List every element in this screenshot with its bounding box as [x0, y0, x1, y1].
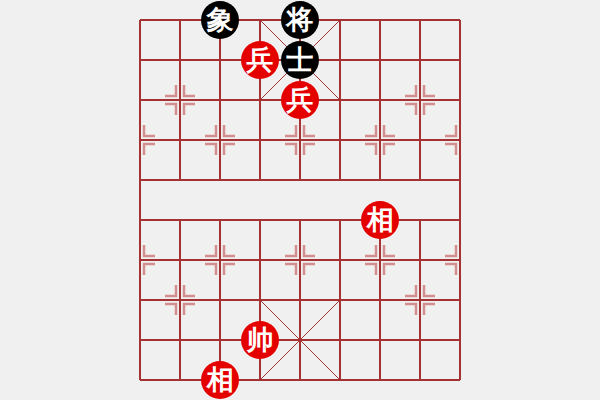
piece-black-general[interactable]: 将 — [281, 1, 319, 39]
pieces-layer: 象将兵士兵相帅相 — [140, 20, 460, 380]
xiangqi-diagram: 象将兵士兵相帅相 — [0, 0, 600, 400]
piece-black-elephant[interactable]: 象 — [201, 1, 239, 39]
xiangqi-board: 象将兵士兵相帅相 — [140, 20, 460, 380]
piece-red-soldier-1[interactable]: 兵 — [241, 41, 279, 79]
piece-red-elephant-1[interactable]: 相 — [361, 201, 399, 239]
piece-red-general[interactable]: 帅 — [241, 321, 279, 359]
piece-red-soldier-2[interactable]: 兵 — [281, 81, 319, 119]
piece-red-elephant-2[interactable]: 相 — [201, 361, 239, 399]
piece-black-advisor[interactable]: 士 — [281, 41, 319, 79]
